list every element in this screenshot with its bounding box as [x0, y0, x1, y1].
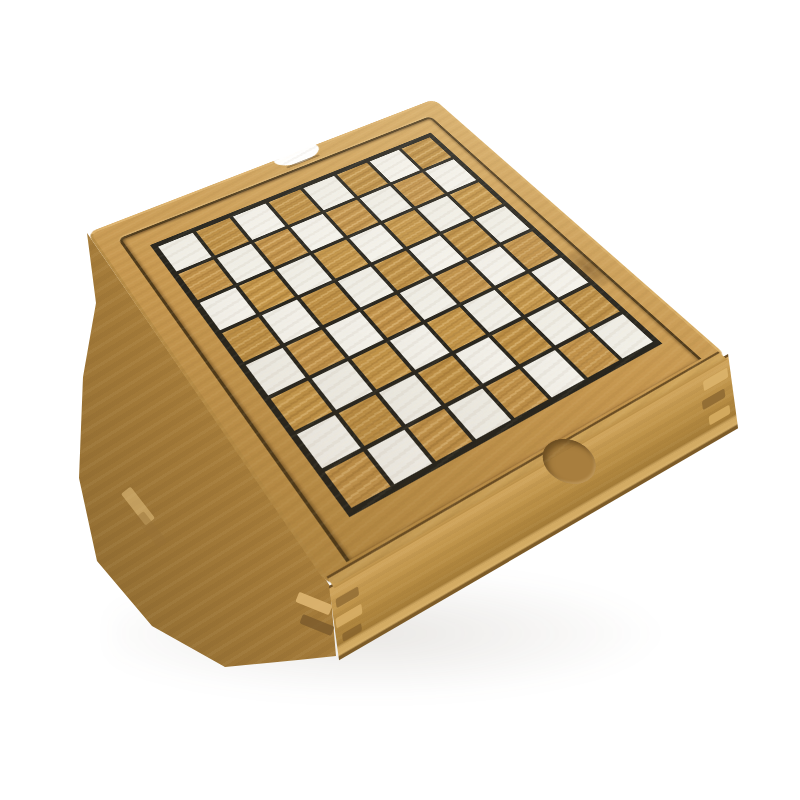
finger-joint-mark	[709, 405, 731, 426]
finger-joint-mark	[702, 388, 726, 410]
finger-joint-mark	[335, 586, 359, 608]
finger-joint-mark	[342, 623, 362, 642]
product-photo-wooden-game-box	[0, 0, 800, 800]
